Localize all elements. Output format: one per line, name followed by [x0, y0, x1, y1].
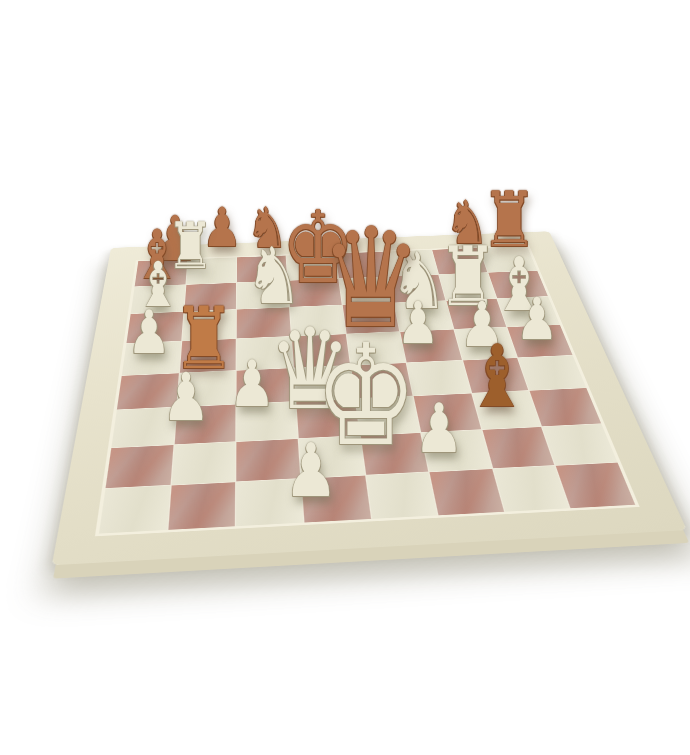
square-b2[interactable]	[171, 442, 235, 485]
square-b1[interactable]	[168, 483, 235, 530]
square-h1[interactable]	[556, 463, 635, 508]
photo-stage: ♚♛♜♜♝♝♞♞♟♟♟♟♟♟♟♟♚♛♜♜♞♞♝♝♟♟	[0, 0, 690, 755]
square-h2[interactable]	[542, 424, 617, 465]
square-a2[interactable]	[105, 445, 173, 488]
square-e1[interactable]	[366, 473, 438, 519]
cream-pawn-d1[interactable]: ♟	[284, 433, 338, 507]
square-h3[interactable]	[530, 388, 601, 426]
cream-pawn-b3[interactable]: ♟	[162, 365, 211, 431]
cream-knight-c6[interactable]: ♞	[245, 237, 302, 315]
square-a1[interactable]	[99, 486, 170, 534]
square-f1[interactable]	[430, 469, 504, 515]
cream-pawn-a5[interactable]: ♟	[127, 302, 171, 362]
cream-pawn-f2[interactable]: ♟	[414, 395, 464, 463]
red-bishop-g3[interactable]: ♝	[465, 333, 528, 419]
